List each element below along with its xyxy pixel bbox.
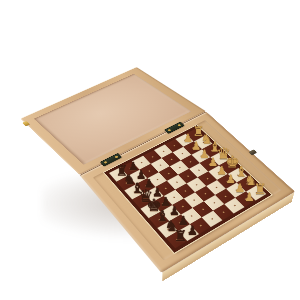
- piece-black-pawn[interactable]: ♟: [187, 224, 198, 237]
- box-base: ♜♟♟♜♞♟♟♞♝♟♟♝♛♟♟♛♚♟♟♚♝♟♟♝♞♟♟♞♜♟♟♜: [80, 111, 296, 273]
- brass-clasp-hook-icon: [22, 121, 30, 126]
- latch-plate-icon: [248, 149, 256, 155]
- piece-white-rook[interactable]: ♜: [254, 182, 267, 196]
- piece-white-pawn[interactable]: ♟: [244, 191, 255, 203]
- chess-board: ♜♟♟♜♞♟♟♞♝♟♟♝♛♟♟♛♚♟♟♚♝♟♟♝♞♟♟♞♜♟♟♜: [104, 125, 271, 252]
- piece-black-rook[interactable]: ♜: [174, 229, 188, 244]
- product-photo: ♜♟♟♜♞♟♟♞♝♟♟♝♛♟♟♛♚♟♟♚♝♟♟♝♞♟♟♞♜♟♟♜: [0, 0, 300, 300]
- scene: ♜♟♟♜♞♟♟♞♝♟♟♝♛♟♟♛♚♟♟♚♝♟♟♝♞♟♟♞♜♟♟♜: [0, 0, 300, 300]
- base-interior: ♜♟♟♜♞♟♟♞♝♟♟♝♛♟♟♛♚♟♟♚♝♟♟♝♞♟♟♞♜♟♟♜: [93, 120, 282, 260]
- chess-box: ♜♟♟♜♞♟♟♞♝♟♟♝♛♟♟♛♚♟♟♚♝♟♟♝♞♟♟♞♜♟♟♜: [16, 47, 295, 273]
